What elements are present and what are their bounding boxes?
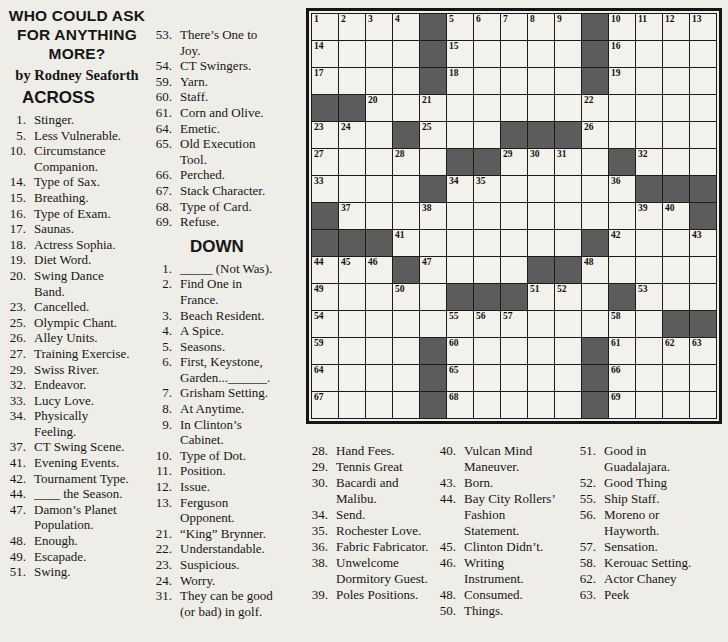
clue-text: Corn and Olive. xyxy=(180,105,263,120)
clue-number: 11. xyxy=(148,463,172,479)
clue-number: 5. xyxy=(148,339,172,355)
grid-cell[interactable] xyxy=(528,95,554,121)
grid-cell[interactable] xyxy=(528,392,554,418)
grid-cell[interactable] xyxy=(609,95,635,121)
grid-cell[interactable]: 47 xyxy=(420,257,446,283)
grid-cell[interactable] xyxy=(528,68,554,94)
grid-cell[interactable] xyxy=(690,365,716,391)
cell-number: 26 xyxy=(584,122,594,133)
grid-cell[interactable] xyxy=(366,41,392,67)
grid-cell[interactable]: 61 xyxy=(609,338,635,364)
grid-cell[interactable] xyxy=(555,203,581,229)
grid-cell[interactable] xyxy=(582,284,608,310)
grid-cell[interactable] xyxy=(474,41,500,67)
grid-cell[interactable] xyxy=(663,365,689,391)
grid-cell[interactable]: 50 xyxy=(393,284,419,310)
clue-text: Training Exercise. xyxy=(34,346,130,361)
grid-cell[interactable]: 35 xyxy=(474,176,500,202)
grid-cell[interactable] xyxy=(528,176,554,202)
grid-cell[interactable] xyxy=(393,68,419,94)
grid-cell[interactable] xyxy=(609,122,635,148)
grid-cell[interactable] xyxy=(582,149,608,175)
clue-number: 23. xyxy=(6,299,26,315)
clue-text: Kerouac Setting. xyxy=(604,555,691,570)
grid-cell[interactable] xyxy=(393,95,419,121)
grid-cell[interactable]: 26 xyxy=(582,122,608,148)
black-square xyxy=(312,230,338,256)
grid-cell[interactable]: 10 xyxy=(609,14,635,40)
grid-cell[interactable] xyxy=(663,230,689,256)
grid-cell[interactable] xyxy=(636,338,662,364)
clue-text: Alley Units. xyxy=(34,330,98,345)
grid-cell[interactable] xyxy=(636,41,662,67)
grid-cell[interactable]: 28 xyxy=(393,149,419,175)
grid-cell[interactable] xyxy=(393,338,419,364)
grid-cell[interactable]: 48 xyxy=(582,257,608,283)
cell-number: 23 xyxy=(314,122,324,133)
grid-cell[interactable]: 53 xyxy=(636,284,662,310)
clue: 53.There’s One to Joy. xyxy=(148,27,275,58)
cell-number: 62 xyxy=(665,338,675,349)
clue: 5.Less Vulnerable. xyxy=(6,128,132,144)
grid-cell[interactable] xyxy=(636,257,662,283)
black-square xyxy=(663,311,689,337)
grid-cell[interactable] xyxy=(447,230,473,256)
grid-cell[interactable] xyxy=(339,338,365,364)
clue-number: 51. xyxy=(6,564,26,580)
grid-cell[interactable] xyxy=(339,68,365,94)
grid-cell[interactable]: 44 xyxy=(312,257,338,283)
grid-cell[interactable] xyxy=(690,68,716,94)
clue: 44.____ the Season. xyxy=(6,486,132,502)
grid-cell[interactable] xyxy=(528,338,554,364)
title-line-1: WHO COULD ASK xyxy=(2,6,152,25)
grid-cell[interactable] xyxy=(447,203,473,229)
grid-cell[interactable]: 19 xyxy=(609,68,635,94)
cell-number: 52 xyxy=(557,284,567,295)
clue-number: 29. xyxy=(306,459,328,475)
grid-cell[interactable]: 58 xyxy=(609,311,635,337)
grid-cell[interactable] xyxy=(393,176,419,202)
grid-cell[interactable] xyxy=(555,95,581,121)
clue-text: Vulcan Mind Maneuver. xyxy=(464,443,532,474)
grid-cell[interactable] xyxy=(690,392,716,418)
grid-cell[interactable] xyxy=(420,311,446,337)
grid-cell[interactable] xyxy=(501,392,527,418)
cell-number: 12 xyxy=(665,14,675,25)
clue-text: Writing Instrument. xyxy=(464,555,524,586)
clue-text: Consumed. xyxy=(464,587,523,602)
grid-cell[interactable] xyxy=(366,68,392,94)
grid-cell[interactable]: 39 xyxy=(636,203,662,229)
grid-cell[interactable] xyxy=(582,176,608,202)
clue-text: In Clinton’s Cabinet. xyxy=(180,417,242,448)
cell-number: 54 xyxy=(314,311,324,322)
grid-cell[interactable]: 60 xyxy=(447,338,473,364)
grid-cell[interactable] xyxy=(555,365,581,391)
grid-cell[interactable] xyxy=(636,95,662,121)
across-header: ACROSS xyxy=(22,88,132,108)
grid-cell[interactable] xyxy=(690,95,716,121)
grid-cell[interactable] xyxy=(528,230,554,256)
grid-cell[interactable]: 51 xyxy=(528,284,554,310)
grid-cell[interactable]: 57 xyxy=(501,311,527,337)
grid-cell[interactable]: 40 xyxy=(663,203,689,229)
grid-cell[interactable]: 29 xyxy=(501,149,527,175)
down-header: DOWN xyxy=(190,237,275,257)
grid-cell[interactable] xyxy=(339,311,365,337)
clue-text: Refuse. xyxy=(180,214,219,229)
grid-cell[interactable] xyxy=(555,230,581,256)
across-clues-2: 53.There’s One to Joy.54.CT Swingers.59.… xyxy=(148,27,275,230)
clue-number: 7. xyxy=(148,385,172,401)
grid-cell[interactable] xyxy=(501,365,527,391)
grid-cell[interactable] xyxy=(663,149,689,175)
clue-text: First, Keystone, Garden...______. xyxy=(180,354,270,385)
grid-cell[interactable]: 24 xyxy=(339,122,365,148)
grid-cell[interactable] xyxy=(528,311,554,337)
grid-cell[interactable] xyxy=(474,338,500,364)
clue-number: 15. xyxy=(6,190,26,206)
clue-number: 35. xyxy=(306,523,328,539)
grid-cell[interactable] xyxy=(663,41,689,67)
grid-cell[interactable] xyxy=(366,149,392,175)
grid-cell[interactable] xyxy=(555,176,581,202)
cell-number: 20 xyxy=(368,95,378,106)
cell-number: 38 xyxy=(422,203,432,214)
grid-cell[interactable] xyxy=(474,230,500,256)
black-square xyxy=(690,176,716,202)
grid-cell[interactable]: 56 xyxy=(474,311,500,337)
grid-cell[interactable] xyxy=(501,176,527,202)
grid-cell[interactable] xyxy=(690,284,716,310)
grid-cell[interactable]: 41 xyxy=(393,230,419,256)
grid-cell[interactable] xyxy=(366,122,392,148)
clue-number: 12. xyxy=(148,479,172,495)
grid-cell[interactable] xyxy=(528,365,554,391)
grid-cell[interactable] xyxy=(663,257,689,283)
grid-cell[interactable] xyxy=(555,392,581,418)
grid-cell[interactable] xyxy=(663,122,689,148)
grid-cell[interactable]: 49 xyxy=(312,284,338,310)
grid-cell[interactable] xyxy=(501,338,527,364)
clue-number: 34. xyxy=(6,408,26,424)
cell-number: 64 xyxy=(314,365,324,376)
clue: 69.Refuse. xyxy=(148,214,275,230)
grid-cell[interactable] xyxy=(474,95,500,121)
clue-text: Physically Feeling. xyxy=(34,408,88,439)
grid-cell[interactable]: 52 xyxy=(555,284,581,310)
grid-cell[interactable]: 18 xyxy=(447,68,473,94)
clue-number: 68. xyxy=(148,199,172,215)
clue-text: There’s One to Joy. xyxy=(180,27,257,58)
grid-cell[interactable] xyxy=(690,41,716,67)
grid-cell[interactable] xyxy=(501,68,527,94)
grid-cell[interactable]: 69 xyxy=(609,392,635,418)
grid-cell[interactable] xyxy=(636,392,662,418)
clue-text: Born. xyxy=(464,475,493,490)
clue: 29.Tennis Great xyxy=(306,459,436,475)
grid-cell[interactable] xyxy=(393,392,419,418)
grid-cell[interactable] xyxy=(420,149,446,175)
grid-cell[interactable]: 36 xyxy=(609,176,635,202)
grid-cell[interactable] xyxy=(474,203,500,229)
black-square xyxy=(528,122,554,148)
grid-cell[interactable]: 67 xyxy=(312,392,338,418)
grid-cell[interactable] xyxy=(339,284,365,310)
clue-text: Type of Card. xyxy=(180,199,252,214)
black-square xyxy=(582,365,608,391)
grid-cell[interactable] xyxy=(555,41,581,67)
clue-number: 27. xyxy=(6,346,26,362)
grid-cell[interactable] xyxy=(501,230,527,256)
black-square xyxy=(528,257,554,283)
grid-cell[interactable]: 42 xyxy=(609,230,635,256)
clue-number: 1. xyxy=(6,112,26,128)
grid-cell[interactable] xyxy=(609,257,635,283)
clue-text: CT Swing Scene. xyxy=(34,439,124,454)
grid-cell[interactable]: 9 xyxy=(555,14,581,40)
grid-cell[interactable] xyxy=(582,311,608,337)
cell-number: 5 xyxy=(449,14,454,25)
clue-text: Fabric Fabricator. xyxy=(336,539,428,554)
puzzle-title: WHO COULD ASK FOR ANYTHING MORE? by Rodn… xyxy=(2,6,152,84)
grid-cell[interactable]: 1 xyxy=(312,14,338,40)
grid-cell[interactable]: 22 xyxy=(582,95,608,121)
grid-cell[interactable] xyxy=(393,365,419,391)
clue-number: 20. xyxy=(6,268,26,284)
cell-number: 50 xyxy=(395,284,405,295)
clue-text: Stinger. xyxy=(34,112,74,127)
grid-cell[interactable] xyxy=(474,257,500,283)
grid-cell[interactable] xyxy=(366,338,392,364)
black-square xyxy=(582,41,608,67)
black-square xyxy=(420,392,446,418)
grid-cell[interactable]: 30 xyxy=(528,149,554,175)
black-square xyxy=(339,230,365,256)
cell-number: 32 xyxy=(638,149,648,160)
down-clues-1: 1._____ (Not Was).2.Find One in France.3… xyxy=(148,261,275,620)
grid-cell[interactable] xyxy=(366,311,392,337)
clue-text: Escapade. xyxy=(34,549,86,564)
grid-cell[interactable]: 16 xyxy=(609,41,635,67)
grid-cell[interactable] xyxy=(474,68,500,94)
grid-cell[interactable] xyxy=(582,203,608,229)
grid-cell[interactable] xyxy=(474,392,500,418)
grid-cell[interactable]: 3 xyxy=(366,14,392,40)
grid-cell[interactable]: 34 xyxy=(447,176,473,202)
grid-cell[interactable]: 11 xyxy=(636,14,662,40)
cell-number: 68 xyxy=(449,392,459,403)
clue: 24.Worry. xyxy=(148,573,275,589)
clue: 62.Actor Chaney xyxy=(574,571,708,587)
grid-cell[interactable] xyxy=(339,41,365,67)
grid-cell[interactable] xyxy=(474,365,500,391)
grid-cell[interactable]: 4 xyxy=(393,14,419,40)
clue-number: 47. xyxy=(6,502,26,518)
grid-cell[interactable] xyxy=(636,122,662,148)
grid-cell[interactable]: 14 xyxy=(312,41,338,67)
grid-cell[interactable] xyxy=(663,284,689,310)
grid-cell[interactable]: 38 xyxy=(420,203,446,229)
grid-cell[interactable]: 25 xyxy=(420,122,446,148)
grid-cell[interactable]: 55 xyxy=(447,311,473,337)
grid-cell[interactable]: 12 xyxy=(663,14,689,40)
across-clues-1: 1.Stinger.5.Less Vulnerable.10.Circumsta… xyxy=(6,112,132,580)
grid-cell[interactable] xyxy=(474,122,500,148)
grid-cell[interactable]: 6 xyxy=(474,14,500,40)
grid-cell[interactable] xyxy=(501,203,527,229)
crossword-grid: 1234567891011121314151617181920212223242… xyxy=(311,13,717,419)
cell-number: 53 xyxy=(638,284,648,295)
black-square xyxy=(663,176,689,202)
clue: 52.Good Thing xyxy=(574,475,708,491)
grid-cell[interactable] xyxy=(339,365,365,391)
grid-cell[interactable]: 32 xyxy=(636,149,662,175)
grid-cell[interactable]: 63 xyxy=(690,338,716,364)
grid-cell[interactable] xyxy=(609,203,635,229)
clue-text: Unwelcome Dormitory Guest. xyxy=(336,555,428,586)
grid-cell[interactable]: 64 xyxy=(312,365,338,391)
clue: 16.Type of Exam. xyxy=(6,206,132,222)
cell-number: 6 xyxy=(476,14,481,25)
clue-number: 61. xyxy=(148,105,172,121)
clue-text: Things. xyxy=(464,603,503,618)
clue-text: Cancelled. xyxy=(34,299,89,314)
grid-cell[interactable]: 23 xyxy=(312,122,338,148)
grid-cell[interactable]: 65 xyxy=(447,365,473,391)
grid-cell[interactable] xyxy=(366,203,392,229)
grid-cell[interactable] xyxy=(690,149,716,175)
clue-text: A Spice. xyxy=(180,323,224,338)
grid-cell[interactable] xyxy=(420,284,446,310)
clue: 13.Ferguson Opponent. xyxy=(148,495,275,526)
grid-cell[interactable] xyxy=(366,176,392,202)
grid-cell[interactable]: 8 xyxy=(528,14,554,40)
grid-cell[interactable] xyxy=(501,41,527,67)
grid-cell[interactable] xyxy=(690,257,716,283)
clue-text: CT Swingers. xyxy=(180,58,251,73)
black-square xyxy=(501,284,527,310)
grid-cell[interactable] xyxy=(339,392,365,418)
grid-cell[interactable] xyxy=(555,338,581,364)
grid-cell[interactable] xyxy=(393,203,419,229)
grid-cell[interactable] xyxy=(636,230,662,256)
grid-cell[interactable] xyxy=(366,284,392,310)
grid-cell[interactable]: 27 xyxy=(312,149,338,175)
grid-cell[interactable]: 66 xyxy=(609,365,635,391)
grid-cell[interactable]: 46 xyxy=(366,257,392,283)
black-square xyxy=(312,95,338,121)
grid-cell[interactable] xyxy=(636,68,662,94)
grid-cell[interactable]: 45 xyxy=(339,257,365,283)
clue: 47.Damon’s Planet Population. xyxy=(6,502,132,533)
grid-cell[interactable]: 62 xyxy=(663,338,689,364)
clue-number: 18. xyxy=(6,237,26,253)
grid-cell[interactable] xyxy=(528,41,554,67)
grid-cell[interactable]: 59 xyxy=(312,338,338,364)
clue-text: Moreno or Hayworth. xyxy=(604,507,659,538)
grid-cell[interactable] xyxy=(501,95,527,121)
grid-cell[interactable] xyxy=(393,311,419,337)
cell-number: 2 xyxy=(341,14,346,25)
clue: 10.Type of Dot. xyxy=(148,448,275,464)
grid-cell[interactable]: 43 xyxy=(690,230,716,256)
cell-number: 59 xyxy=(314,338,324,349)
grid-cell[interactable]: 33 xyxy=(312,176,338,202)
clue-number: 6. xyxy=(148,354,172,370)
grid-cell[interactable] xyxy=(663,68,689,94)
black-square xyxy=(609,149,635,175)
grid-cell[interactable]: 20 xyxy=(366,95,392,121)
grid-cell[interactable] xyxy=(366,392,392,418)
clue-number: 25. xyxy=(6,315,26,331)
clue: 51.Swing. xyxy=(6,564,132,580)
black-square xyxy=(366,230,392,256)
clue: 37.CT Swing Scene. xyxy=(6,439,132,455)
grid-cell[interactable] xyxy=(555,68,581,94)
clue: 48.Enough. xyxy=(6,533,132,549)
clue: 32.Endeavor. xyxy=(6,377,132,393)
cell-number: 22 xyxy=(584,95,594,106)
grid-cell[interactable] xyxy=(339,176,365,202)
grid-cell[interactable] xyxy=(393,41,419,67)
black-square xyxy=(690,203,716,229)
clue-text: Send. xyxy=(336,507,365,522)
grid-cell[interactable] xyxy=(528,203,554,229)
grid-cell[interactable] xyxy=(663,95,689,121)
clue-text: Ship Staff. xyxy=(604,491,659,506)
grid-cell[interactable] xyxy=(447,122,473,148)
grid-cell[interactable]: 5 xyxy=(447,14,473,40)
grid-cell[interactable]: 7 xyxy=(501,14,527,40)
grid-cell[interactable] xyxy=(447,95,473,121)
grid-cell[interactable] xyxy=(339,149,365,175)
cell-number: 44 xyxy=(314,257,324,268)
grid-cell[interactable]: 2 xyxy=(339,14,365,40)
grid-cell[interactable] xyxy=(636,311,662,337)
cell-number: 11 xyxy=(638,14,647,25)
clue: 51.Good in Guadalajara. xyxy=(574,443,708,475)
grid-cell[interactable]: 54 xyxy=(312,311,338,337)
clue: 50.Things. xyxy=(434,603,556,619)
clue: 36.Fabric Fabricator. xyxy=(306,539,436,555)
grid-cell[interactable] xyxy=(501,257,527,283)
black-square xyxy=(555,257,581,283)
cell-number: 30 xyxy=(530,149,540,160)
grid-cell[interactable]: 31 xyxy=(555,149,581,175)
grid-cell[interactable]: 17 xyxy=(312,68,338,94)
grid-cell[interactable] xyxy=(447,257,473,283)
grid-cell[interactable]: 68 xyxy=(447,392,473,418)
clue: 58.Kerouac Setting. xyxy=(574,555,708,571)
grid-cell[interactable] xyxy=(690,122,716,148)
clue: 20.Swing Dance Band. xyxy=(6,268,132,299)
grid-cell[interactable] xyxy=(366,365,392,391)
clue-number: 49. xyxy=(6,549,26,565)
clue: 56.Moreno or Hayworth. xyxy=(574,507,708,539)
cell-number: 47 xyxy=(422,257,432,268)
grid-cell[interactable]: 37 xyxy=(339,203,365,229)
grid-cell[interactable]: 13 xyxy=(690,14,716,40)
grid-cell[interactable] xyxy=(555,311,581,337)
grid-cell[interactable]: 21 xyxy=(420,95,446,121)
grid-cell[interactable] xyxy=(636,365,662,391)
clue-number: 10. xyxy=(148,448,172,464)
grid-cell[interactable] xyxy=(663,392,689,418)
grid-cell[interactable] xyxy=(420,230,446,256)
grid-cell[interactable]: 15 xyxy=(447,41,473,67)
